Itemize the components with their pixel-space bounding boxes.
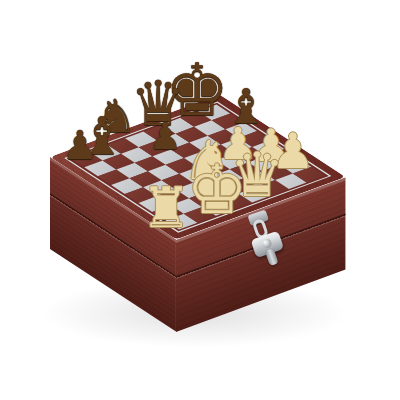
piece-black-pawn-d7: ♟ [148, 118, 181, 155]
chess-box-product-photo: ♟♝♞♛♟♚♝♟♟♟♞♚♛♜ [0, 0, 400, 400]
piece-white-king-c1: ♚ [187, 156, 248, 224]
piece-white-rook-a1: ♜ [141, 180, 191, 236]
piece-black-pawn-a8: ♟ [62, 125, 98, 165]
